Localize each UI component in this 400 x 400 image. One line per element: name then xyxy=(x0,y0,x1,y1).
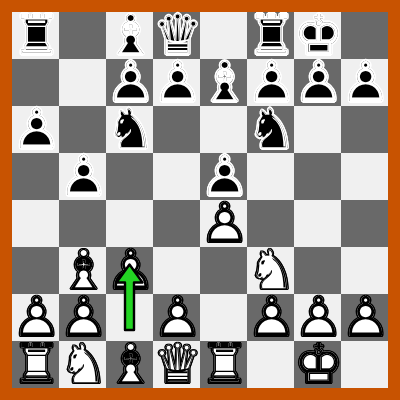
white-knight-glyph: ♞ xyxy=(59,339,106,386)
square-g5[interactable] xyxy=(294,153,341,200)
board-frame: ♜♖♝♗♛♕♜♖♚♔♟♙♟♙♝♗♟♙♟♙♟♙♟♙♞♘♞♘♟♙♟♙♟♙♝♗♟♙♞♘… xyxy=(0,0,400,400)
white-knight-glyph: ♞ xyxy=(247,245,294,292)
square-e3[interactable] xyxy=(200,247,247,294)
square-e5[interactable]: ♟♙ xyxy=(200,153,247,200)
square-e4[interactable]: ♟♙ xyxy=(200,200,247,247)
white-pawn[interactable]: ♟♙ xyxy=(247,294,294,341)
square-b8[interactable] xyxy=(59,12,106,59)
square-c1[interactable]: ♝♗ xyxy=(106,341,153,388)
white-rook-outline: ♖ xyxy=(12,339,59,386)
square-e1[interactable]: ♜♖ xyxy=(200,341,247,388)
white-pawn-glyph: ♟ xyxy=(341,292,388,339)
square-c4[interactable] xyxy=(106,200,153,247)
black-pawn-glyph: ♟ xyxy=(247,57,294,104)
square-h5[interactable] xyxy=(341,153,388,200)
square-b5[interactable]: ♟♙ xyxy=(59,153,106,200)
black-pawn-glyph: ♟ xyxy=(200,151,247,198)
square-d3[interactable] xyxy=(153,247,200,294)
white-pawn-outline: ♙ xyxy=(153,292,200,339)
black-pawn[interactable]: ♟♙ xyxy=(341,59,388,106)
black-pawn-glyph: ♟ xyxy=(59,151,106,198)
square-a5[interactable] xyxy=(12,153,59,200)
white-knight[interactable]: ♞♘ xyxy=(247,247,294,294)
square-g1[interactable]: ♚♔ xyxy=(294,341,341,388)
square-a6[interactable]: ♟♙ xyxy=(12,106,59,153)
white-pawn-glyph: ♟ xyxy=(153,292,200,339)
black-bishop-glyph: ♝ xyxy=(200,57,247,104)
black-pawn-outline: ♙ xyxy=(153,57,200,104)
black-pawn-outline: ♙ xyxy=(106,57,153,104)
black-pawn-outline: ♙ xyxy=(294,57,341,104)
black-bishop-outline: ♗ xyxy=(106,10,153,57)
white-bishop[interactable]: ♝♗ xyxy=(106,341,153,388)
square-h3[interactable] xyxy=(341,247,388,294)
square-h7[interactable]: ♟♙ xyxy=(341,59,388,106)
black-pawn-glyph: ♟ xyxy=(153,57,200,104)
white-pawn-outline: ♙ xyxy=(12,292,59,339)
black-pawn-glyph: ♟ xyxy=(106,57,153,104)
square-g6[interactable] xyxy=(294,106,341,153)
white-knight-outline: ♘ xyxy=(59,339,106,386)
square-c3[interactable]: ♟♙ xyxy=(106,247,153,294)
chess-board: ♜♖♝♗♛♕♜♖♚♔♟♙♟♙♝♗♟♙♟♙♟♙♟♙♞♘♞♘♟♙♟♙♟♙♝♗♟♙♞♘… xyxy=(12,12,388,388)
white-king-outline: ♔ xyxy=(294,339,341,386)
black-bishop-outline: ♗ xyxy=(200,57,247,104)
square-f3[interactable]: ♞♘ xyxy=(247,247,294,294)
white-pawn[interactable]: ♟♙ xyxy=(294,294,341,341)
square-a7[interactable] xyxy=(12,59,59,106)
white-rook-glyph: ♜ xyxy=(12,339,59,386)
white-pawn-outline: ♙ xyxy=(341,292,388,339)
square-b6[interactable] xyxy=(59,106,106,153)
white-pawn[interactable]: ♟♙ xyxy=(200,200,247,247)
black-knight[interactable]: ♞♘ xyxy=(247,106,294,153)
white-bishop-outline: ♗ xyxy=(106,339,153,386)
white-queen[interactable]: ♛♕ xyxy=(153,341,200,388)
square-h4[interactable] xyxy=(341,200,388,247)
white-queen-glyph: ♛ xyxy=(153,339,200,386)
square-d6[interactable] xyxy=(153,106,200,153)
black-pawn-outline: ♙ xyxy=(341,57,388,104)
black-pawn-outline: ♙ xyxy=(200,151,247,198)
white-knight[interactable]: ♞♘ xyxy=(59,341,106,388)
black-bishop-glyph: ♝ xyxy=(106,10,153,57)
white-pawn-glyph: ♟ xyxy=(200,198,247,245)
white-pawn-outline: ♙ xyxy=(200,198,247,245)
square-g4[interactable] xyxy=(294,200,341,247)
square-e8[interactable] xyxy=(200,12,247,59)
white-bishop[interactable]: ♝♗ xyxy=(59,247,106,294)
square-g8[interactable]: ♚♔ xyxy=(294,12,341,59)
black-pawn[interactable]: ♟♙ xyxy=(106,59,153,106)
black-rook-outline: ♖ xyxy=(247,10,294,57)
square-h6[interactable] xyxy=(341,106,388,153)
black-pawn-outline: ♙ xyxy=(247,57,294,104)
square-f6[interactable]: ♞♘ xyxy=(247,106,294,153)
black-king-glyph: ♚ xyxy=(294,10,341,57)
square-c6[interactable]: ♞♘ xyxy=(106,106,153,153)
white-queen-outline: ♕ xyxy=(153,339,200,386)
square-f1[interactable] xyxy=(247,341,294,388)
black-pawn[interactable]: ♟♙ xyxy=(153,59,200,106)
white-pawn-glyph: ♟ xyxy=(12,292,59,339)
white-pawn-outline: ♙ xyxy=(106,245,153,292)
square-d5[interactable] xyxy=(153,153,200,200)
square-f2[interactable]: ♟♙ xyxy=(247,294,294,341)
square-b1[interactable]: ♞♘ xyxy=(59,341,106,388)
white-bishop-glyph: ♝ xyxy=(59,245,106,292)
square-d7[interactable]: ♟♙ xyxy=(153,59,200,106)
white-bishop-glyph: ♝ xyxy=(106,339,153,386)
white-pawn-outline: ♙ xyxy=(247,292,294,339)
white-pawn-glyph: ♟ xyxy=(59,292,106,339)
black-rook-glyph: ♜ xyxy=(12,10,59,57)
black-pawn[interactable]: ♟♙ xyxy=(59,153,106,200)
square-e7[interactable]: ♝♗ xyxy=(200,59,247,106)
square-f8[interactable]: ♜♖ xyxy=(247,12,294,59)
square-b7[interactable] xyxy=(59,59,106,106)
black-pawn[interactable]: ♟♙ xyxy=(247,59,294,106)
black-bishop[interactable]: ♝♗ xyxy=(106,12,153,59)
square-g2[interactable]: ♟♙ xyxy=(294,294,341,341)
white-pawn-glyph: ♟ xyxy=(247,292,294,339)
square-d8[interactable]: ♛♕ xyxy=(153,12,200,59)
black-pawn-glyph: ♟ xyxy=(12,104,59,151)
square-d2[interactable]: ♟♙ xyxy=(153,294,200,341)
black-pawn-outline: ♙ xyxy=(12,104,59,151)
white-pawn[interactable]: ♟♙ xyxy=(341,294,388,341)
white-king-glyph: ♚ xyxy=(294,339,341,386)
black-knight[interactable]: ♞♘ xyxy=(106,106,153,153)
square-d1[interactable]: ♛♕ xyxy=(153,341,200,388)
white-rook[interactable]: ♜♖ xyxy=(200,341,247,388)
black-knight-glyph: ♞ xyxy=(247,104,294,151)
white-rook-outline: ♖ xyxy=(200,339,247,386)
white-pawn[interactable]: ♟♙ xyxy=(106,247,153,294)
black-queen-glyph: ♛ xyxy=(153,10,200,57)
black-king-outline: ♔ xyxy=(294,10,341,57)
square-g7[interactable]: ♟♙ xyxy=(294,59,341,106)
square-d4[interactable] xyxy=(153,200,200,247)
square-b4[interactable] xyxy=(59,200,106,247)
square-h1[interactable] xyxy=(341,341,388,388)
square-f7[interactable]: ♟♙ xyxy=(247,59,294,106)
black-queen[interactable]: ♛♕ xyxy=(153,12,200,59)
white-bishop-outline: ♗ xyxy=(59,245,106,292)
white-pawn[interactable]: ♟♙ xyxy=(153,294,200,341)
square-f5[interactable] xyxy=(247,153,294,200)
square-a1[interactable]: ♜♖ xyxy=(12,341,59,388)
black-knight-outline: ♘ xyxy=(106,104,153,151)
square-c2[interactable] xyxy=(106,294,153,341)
black-rook-outline: ♖ xyxy=(12,10,59,57)
black-king[interactable]: ♚♔ xyxy=(294,12,341,59)
white-pawn-glyph: ♟ xyxy=(294,292,341,339)
white-rook[interactable]: ♜♖ xyxy=(12,341,59,388)
square-a3[interactable] xyxy=(12,247,59,294)
square-e6[interactable] xyxy=(200,106,247,153)
black-queen-outline: ♕ xyxy=(153,10,200,57)
white-pawn[interactable]: ♟♙ xyxy=(59,294,106,341)
square-e2[interactable] xyxy=(200,294,247,341)
black-pawn-glyph: ♟ xyxy=(294,57,341,104)
black-pawn[interactable]: ♟♙ xyxy=(200,153,247,200)
black-rook[interactable]: ♜♖ xyxy=(12,12,59,59)
black-pawn[interactable]: ♟♙ xyxy=(294,59,341,106)
black-bishop[interactable]: ♝♗ xyxy=(200,59,247,106)
square-b2[interactable]: ♟♙ xyxy=(59,294,106,341)
white-pawn-glyph: ♟ xyxy=(106,245,153,292)
white-knight-outline: ♘ xyxy=(247,245,294,292)
black-rook-glyph: ♜ xyxy=(247,10,294,57)
white-rook-glyph: ♜ xyxy=(200,339,247,386)
black-pawn-outline: ♙ xyxy=(59,151,106,198)
square-f4[interactable] xyxy=(247,200,294,247)
square-g3[interactable] xyxy=(294,247,341,294)
square-b3[interactable]: ♝♗ xyxy=(59,247,106,294)
square-c7[interactable]: ♟♙ xyxy=(106,59,153,106)
black-rook[interactable]: ♜♖ xyxy=(247,12,294,59)
white-king[interactable]: ♚♔ xyxy=(294,341,341,388)
black-pawn[interactable]: ♟♙ xyxy=(12,106,59,153)
square-h8[interactable] xyxy=(341,12,388,59)
black-knight-outline: ♘ xyxy=(247,104,294,151)
square-a8[interactable]: ♜♖ xyxy=(12,12,59,59)
white-pawn[interactable]: ♟♙ xyxy=(12,294,59,341)
square-a2[interactable]: ♟♙ xyxy=(12,294,59,341)
square-c5[interactable] xyxy=(106,153,153,200)
black-pawn-glyph: ♟ xyxy=(341,57,388,104)
white-pawn-outline: ♙ xyxy=(59,292,106,339)
black-knight-glyph: ♞ xyxy=(106,104,153,151)
white-pawn-outline: ♙ xyxy=(294,292,341,339)
square-h2[interactable]: ♟♙ xyxy=(341,294,388,341)
square-a4[interactable] xyxy=(12,200,59,247)
square-c8[interactable]: ♝♗ xyxy=(106,12,153,59)
